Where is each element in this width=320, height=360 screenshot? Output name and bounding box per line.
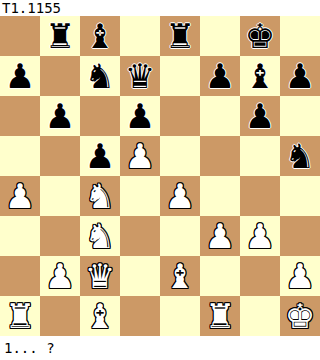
square-d3[interactable] <box>120 216 160 256</box>
black-pawn: ♟ <box>285 56 315 96</box>
square-d6[interactable]: ♟ <box>120 96 160 136</box>
square-f6[interactable] <box>200 96 240 136</box>
square-h3[interactable] <box>280 216 320 256</box>
square-h6[interactable] <box>280 96 320 136</box>
black-knight: ♞ <box>285 136 315 176</box>
white-knight: ♞ <box>85 176 115 216</box>
square-e1[interactable] <box>160 296 200 336</box>
square-g2[interactable] <box>240 256 280 296</box>
square-h5[interactable]: ♞ <box>280 136 320 176</box>
chess-board: ♜♝♜♚♟♞♛♟♝♟♟♟♟♟♟♞♟♞♟♞♟♟♟♛♝♟♜♝♜♚ <box>0 16 320 336</box>
white-pawn: ♟ <box>125 136 155 176</box>
square-e6[interactable] <box>160 96 200 136</box>
square-c1[interactable]: ♝ <box>80 296 120 336</box>
black-pawn: ♟ <box>245 96 275 136</box>
square-f4[interactable] <box>200 176 240 216</box>
square-b4[interactable] <box>40 176 80 216</box>
square-e4[interactable]: ♟ <box>160 176 200 216</box>
black-knight: ♞ <box>85 56 115 96</box>
square-e7[interactable] <box>160 56 200 96</box>
white-king: ♚ <box>285 296 315 336</box>
black-pawn: ♟ <box>45 96 75 136</box>
square-d5[interactable]: ♟ <box>120 136 160 176</box>
square-g4[interactable] <box>240 176 280 216</box>
white-pawn: ♟ <box>165 176 195 216</box>
square-a6[interactable] <box>0 96 40 136</box>
black-bishop: ♝ <box>85 16 115 56</box>
square-d8[interactable] <box>120 16 160 56</box>
square-g8[interactable]: ♚ <box>240 16 280 56</box>
square-b1[interactable] <box>40 296 80 336</box>
square-g3[interactable]: ♟ <box>240 216 280 256</box>
black-pawn: ♟ <box>5 56 35 96</box>
square-f5[interactable] <box>200 136 240 176</box>
square-d7[interactable]: ♛ <box>120 56 160 96</box>
square-d2[interactable] <box>120 256 160 296</box>
black-rook: ♜ <box>165 16 195 56</box>
white-bishop: ♝ <box>85 296 115 336</box>
square-a3[interactable] <box>0 216 40 256</box>
square-c2[interactable]: ♛ <box>80 256 120 296</box>
white-pawn: ♟ <box>205 216 235 256</box>
square-g1[interactable] <box>240 296 280 336</box>
square-a5[interactable] <box>0 136 40 176</box>
square-b5[interactable] <box>40 136 80 176</box>
square-f7[interactable]: ♟ <box>200 56 240 96</box>
white-rook: ♜ <box>5 296 35 336</box>
black-pawn: ♟ <box>125 96 155 136</box>
black-king: ♚ <box>245 16 275 56</box>
white-queen: ♛ <box>85 256 115 296</box>
black-pawn: ♟ <box>85 136 115 176</box>
square-h2[interactable]: ♟ <box>280 256 320 296</box>
square-e2[interactable]: ♝ <box>160 256 200 296</box>
square-a7[interactable]: ♟ <box>0 56 40 96</box>
square-c8[interactable]: ♝ <box>80 16 120 56</box>
white-pawn: ♟ <box>285 256 315 296</box>
square-c7[interactable]: ♞ <box>80 56 120 96</box>
square-f2[interactable] <box>200 256 240 296</box>
square-c6[interactable] <box>80 96 120 136</box>
square-e3[interactable] <box>160 216 200 256</box>
square-c3[interactable]: ♞ <box>80 216 120 256</box>
square-h4[interactable] <box>280 176 320 216</box>
white-pawn: ♟ <box>5 176 35 216</box>
puzzle-id-label: T1.1155 <box>0 0 320 16</box>
square-a2[interactable] <box>0 256 40 296</box>
black-bishop: ♝ <box>245 56 275 96</box>
square-a8[interactable] <box>0 16 40 56</box>
square-b7[interactable] <box>40 56 80 96</box>
square-a4[interactable]: ♟ <box>0 176 40 216</box>
square-c5[interactable]: ♟ <box>80 136 120 176</box>
square-b2[interactable]: ♟ <box>40 256 80 296</box>
square-h8[interactable] <box>280 16 320 56</box>
white-bishop: ♝ <box>165 256 195 296</box>
square-g7[interactable]: ♝ <box>240 56 280 96</box>
square-f8[interactable] <box>200 16 240 56</box>
chess-puzzle-window: T1.1155 ♜♝♜♚♟♞♛♟♝♟♟♟♟♟♟♞♟♞♟♞♟♟♟♛♝♟♜♝♜♚ 1… <box>0 0 320 360</box>
white-pawn: ♟ <box>45 256 75 296</box>
square-d1[interactable] <box>120 296 160 336</box>
white-knight: ♞ <box>85 216 115 256</box>
square-c4[interactable]: ♞ <box>80 176 120 216</box>
square-h1[interactable]: ♚ <box>280 296 320 336</box>
square-f3[interactable]: ♟ <box>200 216 240 256</box>
square-e5[interactable] <box>160 136 200 176</box>
square-b6[interactable]: ♟ <box>40 96 80 136</box>
square-b3[interactable] <box>40 216 80 256</box>
white-rook: ♜ <box>205 296 235 336</box>
square-g5[interactable] <box>240 136 280 176</box>
square-h7[interactable]: ♟ <box>280 56 320 96</box>
white-pawn: ♟ <box>245 216 275 256</box>
square-b8[interactable]: ♜ <box>40 16 80 56</box>
square-d4[interactable] <box>120 176 160 216</box>
square-f1[interactable]: ♜ <box>200 296 240 336</box>
black-queen: ♛ <box>125 56 155 96</box>
square-a1[interactable]: ♜ <box>0 296 40 336</box>
black-rook: ♜ <box>45 16 75 56</box>
square-g6[interactable]: ♟ <box>240 96 280 136</box>
black-pawn: ♟ <box>205 56 235 96</box>
square-e8[interactable]: ♜ <box>160 16 200 56</box>
move-prompt: 1... ? <box>0 336 320 360</box>
